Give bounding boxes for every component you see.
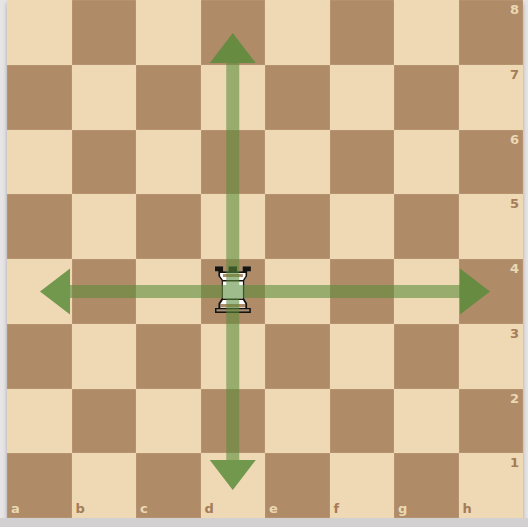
file-label-b: b bbox=[76, 502, 85, 515]
square-c3 bbox=[136, 324, 201, 389]
square-c2 bbox=[136, 389, 201, 454]
square-d7 bbox=[201, 65, 266, 130]
square-e1: e bbox=[265, 453, 330, 518]
square-c5 bbox=[136, 194, 201, 259]
square-f8 bbox=[330, 0, 395, 65]
square-d5 bbox=[201, 194, 266, 259]
square-e2 bbox=[265, 389, 330, 454]
square-b7 bbox=[72, 65, 137, 130]
rank-label-1: 1 bbox=[510, 456, 519, 469]
rank-label-7: 7 bbox=[510, 68, 519, 81]
square-e7 bbox=[265, 65, 330, 130]
file-label-g: g bbox=[398, 502, 407, 515]
square-c8 bbox=[136, 0, 201, 65]
square-d4 bbox=[201, 259, 266, 324]
file-label-a: a bbox=[11, 502, 20, 515]
square-e5 bbox=[265, 194, 330, 259]
square-b6 bbox=[72, 130, 137, 195]
square-f2 bbox=[330, 389, 395, 454]
square-g7 bbox=[394, 65, 459, 130]
square-g5 bbox=[394, 194, 459, 259]
file-label-f: f bbox=[334, 502, 340, 515]
square-f4 bbox=[330, 259, 395, 324]
square-e3 bbox=[265, 324, 330, 389]
rank-label-6: 6 bbox=[510, 133, 519, 146]
square-f1: f bbox=[330, 453, 395, 518]
square-f7 bbox=[330, 65, 395, 130]
square-a1: a bbox=[7, 453, 72, 518]
square-g2 bbox=[394, 389, 459, 454]
square-f3 bbox=[330, 324, 395, 389]
square-h5: 5 bbox=[459, 194, 524, 259]
square-e4 bbox=[265, 259, 330, 324]
square-h1: 1h bbox=[459, 453, 524, 518]
square-h3: 3 bbox=[459, 324, 524, 389]
square-h7: 7 bbox=[459, 65, 524, 130]
rank-label-4: 4 bbox=[510, 262, 519, 275]
square-a7 bbox=[7, 65, 72, 130]
square-h2: 2 bbox=[459, 389, 524, 454]
square-b1: b bbox=[72, 453, 137, 518]
square-b8 bbox=[72, 0, 137, 65]
square-c6 bbox=[136, 130, 201, 195]
square-d6 bbox=[201, 130, 266, 195]
square-h6: 6 bbox=[459, 130, 524, 195]
page: 8765432abcdefg1h ♜♖ bbox=[0, 0, 528, 527]
square-g8 bbox=[394, 0, 459, 65]
square-g1: g bbox=[394, 453, 459, 518]
square-b5 bbox=[72, 194, 137, 259]
square-d1: d bbox=[201, 453, 266, 518]
square-g6 bbox=[394, 130, 459, 195]
square-f5 bbox=[330, 194, 395, 259]
page-bottom-strip bbox=[0, 518, 528, 527]
square-e8 bbox=[265, 0, 330, 65]
file-label-h: h bbox=[463, 502, 472, 515]
file-label-e: e bbox=[269, 502, 278, 515]
square-b2 bbox=[72, 389, 137, 454]
rank-label-8: 8 bbox=[510, 3, 519, 16]
square-c7 bbox=[136, 65, 201, 130]
square-h8: 8 bbox=[459, 0, 524, 65]
square-b4 bbox=[72, 259, 137, 324]
square-d8 bbox=[201, 0, 266, 65]
square-e6 bbox=[265, 130, 330, 195]
square-g3 bbox=[394, 324, 459, 389]
square-h4: 4 bbox=[459, 259, 524, 324]
rank-label-5: 5 bbox=[510, 197, 519, 210]
square-c4 bbox=[136, 259, 201, 324]
square-a6 bbox=[7, 130, 72, 195]
square-a3 bbox=[7, 324, 72, 389]
square-d2 bbox=[201, 389, 266, 454]
square-d3 bbox=[201, 324, 266, 389]
square-a8 bbox=[7, 0, 72, 65]
file-label-d: d bbox=[205, 502, 214, 515]
square-f6 bbox=[330, 130, 395, 195]
square-a2 bbox=[7, 389, 72, 454]
square-a5 bbox=[7, 194, 72, 259]
rank-label-2: 2 bbox=[510, 392, 519, 405]
square-b3 bbox=[72, 324, 137, 389]
square-c1: c bbox=[136, 453, 201, 518]
chess-board: 8765432abcdefg1h bbox=[7, 0, 523, 518]
square-a4 bbox=[7, 259, 72, 324]
file-label-c: c bbox=[140, 502, 148, 515]
square-g4 bbox=[394, 259, 459, 324]
rank-label-3: 3 bbox=[510, 327, 519, 340]
